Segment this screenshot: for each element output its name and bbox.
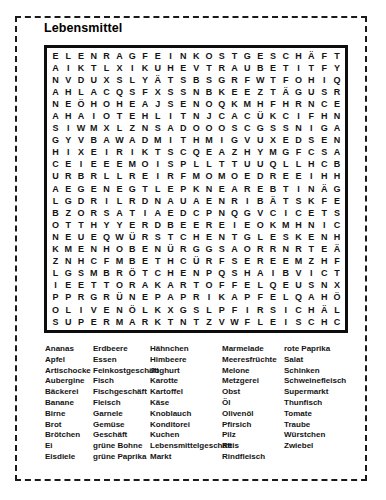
grid-cell: I	[203, 292, 216, 304]
grid-cell: N	[151, 195, 164, 207]
word-item: Himbeere	[150, 355, 232, 366]
grid-cell: Y	[62, 135, 75, 147]
grid-cell: S	[151, 231, 164, 243]
grid-cell: K	[139, 147, 152, 159]
grid-cell: N	[177, 316, 190, 328]
grid-cell: R	[87, 171, 100, 183]
grid-cell: U	[254, 135, 267, 147]
grid-cell: C	[292, 207, 305, 219]
grid-cell: E	[203, 147, 216, 159]
grid-cell: P	[177, 159, 190, 171]
grid-cell: E	[177, 268, 190, 280]
grid-cell: S	[177, 86, 190, 98]
grid-cell: P	[241, 292, 254, 304]
word-item: Eisdiele	[45, 452, 91, 463]
grid-cell: R	[164, 171, 177, 183]
grid-cell: Q	[292, 292, 305, 304]
grid-cell: Q	[267, 159, 280, 171]
grid-cell: Ä	[279, 86, 292, 98]
grid-cell: E	[267, 62, 280, 74]
grid-cell: Y	[254, 147, 267, 159]
grid-cell: F	[318, 50, 331, 62]
grid-cell: H	[113, 98, 126, 110]
grid-cell: V	[215, 316, 228, 328]
grid-cell: E	[279, 135, 292, 147]
word-item: Fischgeschäft	[93, 387, 159, 398]
grid-cell: O	[203, 123, 216, 135]
grid-cell: R	[75, 292, 88, 304]
grid-cell: K	[267, 219, 280, 231]
grid-cell: H	[164, 62, 177, 74]
grid-cell: C	[100, 86, 113, 98]
word-item: Käse	[150, 398, 232, 409]
grid-cell: G	[177, 304, 190, 316]
grid-cell: P	[49, 292, 62, 304]
grid-cell: M	[87, 123, 100, 135]
word-item: Rindfleisch	[222, 452, 277, 463]
grid-cell: P	[177, 183, 190, 195]
grid-cell: C	[318, 98, 331, 110]
grid-cell: C	[318, 268, 331, 280]
grid-cell: I	[318, 219, 331, 231]
grid-cell: I	[164, 110, 177, 122]
grid-cell: G	[215, 74, 228, 86]
grid-cell: T	[215, 159, 228, 171]
grid-cell: E	[62, 159, 75, 171]
grid-cell: E	[267, 292, 280, 304]
word-item: Kartoffel	[150, 387, 232, 398]
grid-cell: L	[139, 304, 152, 316]
word-item: grüne Paprika	[93, 452, 159, 463]
grid-cell: T	[305, 244, 318, 256]
grid-cell: N	[139, 123, 152, 135]
grid-cell: S	[279, 231, 292, 243]
grid-cell: S	[75, 268, 88, 280]
grid-cell: H	[331, 171, 344, 183]
grid-cell: W	[75, 123, 88, 135]
grid-cell: F	[318, 62, 331, 74]
grid-cell: B	[87, 135, 100, 147]
grid-cell: H	[318, 292, 331, 304]
word-item: Fleisch	[93, 398, 159, 409]
grid-cell: L	[151, 183, 164, 195]
grid-cell: A	[100, 135, 113, 147]
grid-cell: P	[203, 268, 216, 280]
grid-cell: H	[305, 74, 318, 86]
grid-cell: D	[177, 207, 190, 219]
grid-cell: H	[292, 50, 305, 62]
word-item: Aubergine	[45, 376, 91, 387]
grid-cell: C	[331, 219, 344, 231]
grid-cell: L	[62, 50, 75, 62]
word-item: Meeresfrüchte	[222, 355, 277, 366]
word-item: Lebensmittelgeschäft	[150, 441, 232, 452]
grid-cell: F	[215, 256, 228, 268]
grid-cell: S	[190, 304, 203, 316]
grid-cell: O	[203, 171, 216, 183]
word-item: Obst	[222, 387, 277, 398]
grid-cell: I	[292, 62, 305, 74]
word-item: Schinken	[284, 366, 346, 377]
word-list-column: AnanasApfelArtischockeAubergineBäckereiB…	[45, 344, 91, 463]
grid-cell: H	[241, 147, 254, 159]
grid-cell: Ö	[331, 292, 344, 304]
grid-cell: E	[279, 171, 292, 183]
grid-cell: B	[190, 74, 203, 86]
grid-cell: R	[292, 244, 305, 256]
grid-cell: S	[267, 50, 280, 62]
grid-cell: U	[241, 62, 254, 74]
grid-cell: A	[151, 207, 164, 219]
grid-cell: O	[190, 123, 203, 135]
word-item: grüne Bohne	[93, 441, 159, 452]
grid-cell: X	[100, 74, 113, 86]
grid-cell: I	[126, 147, 139, 159]
grid-cell: F	[241, 74, 254, 86]
grid-cell: S	[292, 316, 305, 328]
grid-cell: B	[126, 256, 139, 268]
grid-cell: E	[139, 244, 152, 256]
worksheet-page: { "game": "word-search (Wortsuchrätsel) …	[0, 0, 386, 500]
grid-cell: B	[126, 244, 139, 256]
grid-cell: S	[49, 316, 62, 328]
grid-cell: T	[279, 183, 292, 195]
grid-cell: L	[49, 195, 62, 207]
grid-cell: I	[164, 50, 177, 62]
grid-cell: Q	[331, 74, 344, 86]
grid-cell: C	[215, 110, 228, 122]
grid-cell: K	[215, 292, 228, 304]
grid-cell: U	[177, 195, 190, 207]
grid-cell: N	[190, 268, 203, 280]
grid-cell: A	[190, 195, 203, 207]
grid-cell: H	[62, 86, 75, 98]
grid-cell: E	[87, 183, 100, 195]
grid-cell: T	[164, 316, 177, 328]
grid-cell: E	[87, 231, 100, 243]
grid-cell: S	[331, 207, 344, 219]
grid-cell: E	[203, 231, 216, 243]
grid-cell: O	[203, 98, 216, 110]
grid-cell: S	[305, 280, 318, 292]
grid-cell: M	[292, 256, 305, 268]
grid-cell: I	[241, 304, 254, 316]
grid-cell: H	[62, 110, 75, 122]
word-item: Supermarkt	[284, 387, 346, 398]
grid-cell: N	[318, 231, 331, 243]
grid-cell: E	[190, 219, 203, 231]
grid-cell: X	[75, 147, 88, 159]
grid-cell: Ü	[126, 231, 139, 243]
grid-cell: W	[113, 135, 126, 147]
grid-cell: N	[177, 50, 190, 62]
grid-cell: L	[62, 304, 75, 316]
grid-cell: L	[279, 292, 292, 304]
grid-cell: C	[177, 147, 190, 159]
grid-cell: T	[177, 135, 190, 147]
grid-cell: C	[267, 207, 280, 219]
grid-cell: A	[113, 207, 126, 219]
grid-cell: I	[279, 207, 292, 219]
grid-cell: G	[254, 123, 267, 135]
grid-cell: U	[75, 231, 88, 243]
grid-cell: Ü	[254, 110, 267, 122]
word-item: Essen	[93, 355, 159, 366]
grid-cell: R	[228, 74, 241, 86]
grid-cell: G	[331, 183, 344, 195]
grid-cell: C	[87, 256, 100, 268]
grid-cell: L	[75, 86, 88, 98]
grid-cell: F	[318, 195, 331, 207]
grid-cell: I	[126, 62, 139, 74]
grid-cell: R	[139, 316, 152, 328]
grid-cell: N	[215, 195, 228, 207]
grid-cell: T	[318, 207, 331, 219]
grid-cell: O	[139, 159, 152, 171]
grid-cell: N	[305, 219, 318, 231]
grid-cell: F	[267, 98, 280, 110]
grid-cell: X	[100, 123, 113, 135]
grid-cell: Ä	[318, 304, 331, 316]
grid-cell: T	[177, 110, 190, 122]
grid-cell: W	[254, 74, 267, 86]
grid-cell: I	[267, 268, 280, 280]
grid-cell: S	[126, 86, 139, 98]
grid-cell: E	[62, 280, 75, 292]
grid-cell: R	[100, 292, 113, 304]
grid-cell: H	[305, 304, 318, 316]
grid-cell: D	[177, 123, 190, 135]
grid-cell: X	[331, 280, 344, 292]
grid-cell: M	[241, 98, 254, 110]
grid-cell: E	[100, 304, 113, 316]
grid-cell: W	[228, 316, 241, 328]
grid-cell: U	[241, 159, 254, 171]
grid-cell: T	[228, 159, 241, 171]
grid-cell: T	[62, 219, 75, 231]
grid-cell: V	[254, 207, 267, 219]
grid-cell: R	[113, 268, 126, 280]
grid-cell: I	[305, 123, 318, 135]
grid-cell: H	[75, 256, 88, 268]
grid-cell: C	[177, 256, 190, 268]
grid-cell: C	[318, 159, 331, 171]
grid-cell: O	[49, 304, 62, 316]
grid-cell: B	[49, 207, 62, 219]
grid-cell: N	[292, 123, 305, 135]
grid-cell: J	[203, 110, 216, 122]
grid-cell: N	[215, 207, 228, 219]
grid-cell: A	[139, 98, 152, 110]
grid-cell: Z	[203, 316, 216, 328]
word-list-column: MarmeladeMeeresfrüchteMeloneMetzgereiObs…	[222, 344, 277, 463]
grid-cell: Q	[100, 231, 113, 243]
grid-cell: B	[267, 183, 280, 195]
grid-cell: I	[279, 316, 292, 328]
letter-grid: ELENRAGFEINKOSTGESCHÄFTAIKTLXIKUHEVTRAUB…	[49, 50, 343, 328]
word-item: Bäckerei	[45, 387, 91, 398]
grid-cell: C	[279, 110, 292, 122]
grid-cell: A	[49, 62, 62, 74]
word-item: Fisch	[93, 376, 159, 387]
grid-cell: E	[100, 159, 113, 171]
grid-cell: Ü	[113, 292, 126, 304]
grid-cell: N	[87, 50, 100, 62]
grid-cell: G	[241, 207, 254, 219]
word-item: Garnele	[93, 409, 159, 420]
word-item: Pilz	[222, 430, 277, 441]
grid-cell: E	[87, 159, 100, 171]
grid-cell: T	[87, 280, 100, 292]
grid-cell: Q	[113, 86, 126, 98]
grid-cell: E	[279, 280, 292, 292]
grid-cell: E	[241, 86, 254, 98]
grid-cell: E	[113, 183, 126, 195]
word-item: Kuchen	[150, 430, 232, 441]
grid-cell: A	[139, 280, 152, 292]
grid-cell: O	[228, 171, 241, 183]
grid-cell: F	[215, 280, 228, 292]
puzzle-title: Lebensmittel	[44, 21, 122, 35]
grid-cell: G	[49, 135, 62, 147]
grid-cell: H	[190, 135, 203, 147]
grid-cell: Y	[100, 219, 113, 231]
grid-cell: D	[254, 171, 267, 183]
grid-cell: T	[279, 62, 292, 74]
grid-cell: S	[305, 135, 318, 147]
grid-cell: R	[254, 304, 267, 316]
grid-cell: S	[164, 86, 177, 98]
grid-cell: E	[49, 50, 62, 62]
grid-cell: R	[100, 316, 113, 328]
grid-cell: B	[254, 195, 267, 207]
grid-cell: R	[228, 195, 241, 207]
word-list-column: rote PaprikaSalatSchinkenSchweinefleisch…	[284, 344, 346, 452]
grid-cell: K	[139, 62, 152, 74]
grid-cell: B	[203, 86, 216, 98]
word-item: Banane	[45, 398, 91, 409]
grid-cell: L	[49, 268, 62, 280]
grid-cell: G	[87, 292, 100, 304]
grid-cell: A	[164, 123, 177, 135]
grid-cell: S	[113, 74, 126, 86]
grid-cell: H	[254, 98, 267, 110]
grid-cell: I	[151, 159, 164, 171]
grid-cell: N	[100, 183, 113, 195]
grid-cell: K	[292, 231, 305, 243]
grid-cell: E	[62, 98, 75, 110]
grid-cell: S	[228, 256, 241, 268]
grid-cell: R	[331, 86, 344, 98]
word-item: Ei	[45, 441, 91, 452]
grid-cell: G	[62, 268, 75, 280]
grid-cell: H	[292, 219, 305, 231]
grid-cell: A	[87, 86, 100, 98]
grid-cell: P	[62, 292, 75, 304]
word-item: Konditorei	[150, 420, 232, 431]
grid-cell: S	[292, 195, 305, 207]
grid-cell: F	[139, 50, 152, 62]
grid-cell: C	[331, 316, 344, 328]
grid-cell: H	[241, 268, 254, 280]
grid-cell: F	[254, 292, 267, 304]
grid-cell: H	[279, 98, 292, 110]
grid-cell: N	[49, 231, 62, 243]
grid-cell: R	[126, 195, 139, 207]
word-item: Artischocke	[45, 366, 91, 377]
grid-cell: G	[75, 183, 88, 195]
grid-cell: F	[100, 256, 113, 268]
grid-cell: I	[318, 74, 331, 86]
grid-cell: G	[126, 183, 139, 195]
grid-cell: L	[100, 171, 113, 183]
grid-cell: R	[177, 244, 190, 256]
grid-cell: K	[151, 280, 164, 292]
grid-cell: D	[139, 195, 152, 207]
grid-cell: O	[100, 110, 113, 122]
grid-cell: H	[100, 244, 113, 256]
grid-cell: H	[305, 159, 318, 171]
grid-cell: S	[203, 74, 216, 86]
word-item: Thunfisch	[284, 398, 346, 409]
grid-cell: M	[203, 135, 216, 147]
grid-cell: A	[228, 292, 241, 304]
grid-cell: S	[215, 244, 228, 256]
grid-cell: T	[190, 280, 203, 292]
grid-cell: D	[292, 135, 305, 147]
grid-cell: S	[318, 86, 331, 98]
grid-cell: X	[113, 62, 126, 74]
grid-cell: G	[292, 86, 305, 98]
grid-cell: I	[62, 123, 75, 135]
grid-cell: M	[151, 135, 164, 147]
grid-cell: U	[151, 62, 164, 74]
grid-cell: S	[267, 304, 280, 316]
grid-cell: X	[164, 304, 177, 316]
grid-cell: I	[292, 183, 305, 195]
grid-cell: D	[139, 135, 152, 147]
grid-cell: Y	[331, 62, 344, 74]
grid-cell: I	[151, 171, 164, 183]
grid-cell: K	[215, 86, 228, 98]
grid-cell: U	[254, 159, 267, 171]
grid-cell: S	[164, 98, 177, 110]
grid-cell: Q	[228, 207, 241, 219]
grid-cell: E	[241, 219, 254, 231]
grid-cell: L	[254, 280, 267, 292]
grid-cell: O	[215, 123, 228, 135]
grid-cell: P	[203, 207, 216, 219]
word-item: Apfel	[45, 355, 91, 366]
grid-cell: Z	[49, 256, 62, 268]
grid-cell: U	[87, 74, 100, 86]
grid-cell: A	[228, 244, 241, 256]
grid-cell: E	[254, 183, 267, 195]
grid-cell: E	[126, 110, 139, 122]
grid-cell: I	[215, 135, 228, 147]
grid-cell: E	[292, 171, 305, 183]
grid-cell: N	[305, 98, 318, 110]
grid-cell: Q	[267, 280, 280, 292]
word-item: rote Paprika	[284, 344, 346, 355]
grid-cell: U	[292, 280, 305, 292]
grid-cell: E	[62, 231, 75, 243]
word-item: Öl	[222, 398, 277, 409]
grid-cell: E	[318, 135, 331, 147]
grid-cell: A	[331, 147, 344, 159]
grid-cell: T	[126, 207, 139, 219]
grid-cell: I	[62, 147, 75, 159]
